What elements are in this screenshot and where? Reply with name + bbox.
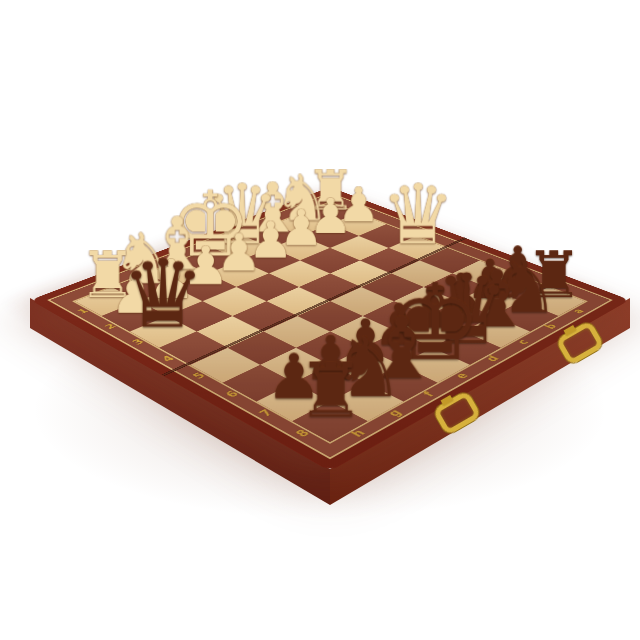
product-photo-scene: ♜♟♛♟♜♞♟♟♞♝♟♟♝♛♟♟♛♚♟♟♚♝♟♟♝♞♟♟♞♜♟♛♟♜ 12345… [0, 0, 640, 640]
piece-light-rook-h1: ♜ [78, 250, 135, 301]
piece-light-queen-d1: ♛ [205, 182, 279, 248]
piece-light-pawn-a2: ♟ [337, 186, 380, 224]
piece-light-rook-a1: ♜ [305, 169, 355, 213]
piece-light-queen-spare-a4: ♛ [381, 182, 455, 248]
